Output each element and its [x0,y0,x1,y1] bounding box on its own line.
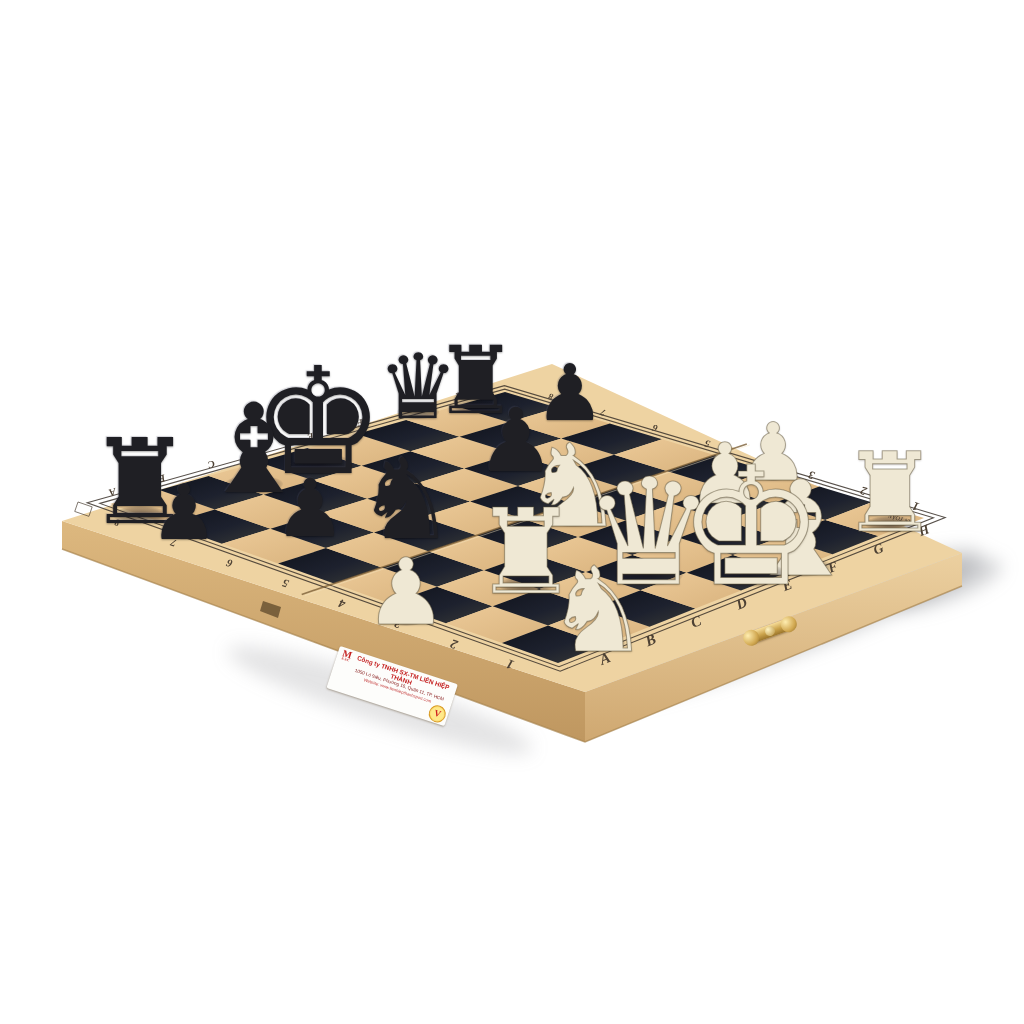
piece-shadow [454,400,497,414]
rank-label-right-3: 3 [807,469,817,483]
piece-shadow [385,612,427,625]
piece-shadow [713,563,788,587]
piece-shadow [755,469,792,481]
product-photo-stage: 1122334455667788AABBCCDDEEFFGGHH ♜♛♟♚♟♟♝… [0,0,1024,1024]
piece-shadow [552,408,588,419]
piece-shadow [284,453,352,474]
piece-shadow [571,634,625,651]
rank-label-right-2: 2 [859,483,869,497]
rank-label-right-1: 1 [911,499,921,514]
piece-shadow [380,523,432,539]
piece-shadow [397,405,438,418]
piece-shadow [615,564,683,585]
corner-stamp [75,502,92,516]
piece-shadow [865,516,916,532]
piece-shadow [167,528,202,539]
piece-shadow [113,506,167,523]
piece-shadow [225,475,282,493]
piece-shadow [499,576,553,593]
piece-shadow [292,525,329,537]
